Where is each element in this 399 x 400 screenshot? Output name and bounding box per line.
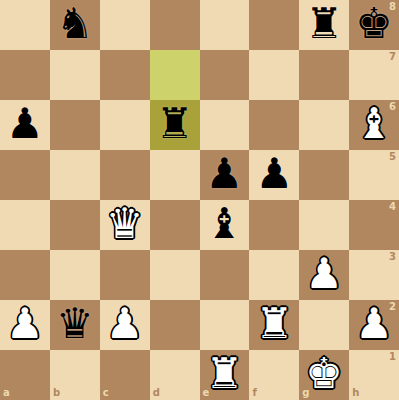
- square-e7[interactable]: [200, 50, 250, 100]
- square-a3[interactable]: [0, 250, 50, 300]
- black-pawn-piece[interactable]: ♟: [255, 153, 293, 195]
- square-d8[interactable]: [150, 0, 200, 50]
- square-b6[interactable]: [50, 100, 100, 150]
- square-d7[interactable]: [150, 50, 200, 100]
- square-g5[interactable]: [299, 150, 349, 200]
- square-f3[interactable]: [249, 250, 299, 300]
- square-a6[interactable]: ♟: [0, 100, 50, 150]
- square-b3[interactable]: [50, 250, 100, 300]
- square-a7[interactable]: [0, 50, 50, 100]
- square-a1[interactable]: a: [0, 350, 50, 400]
- file-label-h: h: [352, 388, 359, 398]
- square-e5[interactable]: ♟: [200, 150, 250, 200]
- square-f5[interactable]: ♟: [249, 150, 299, 200]
- rank-label-5: 5: [389, 152, 396, 162]
- square-c8[interactable]: [100, 0, 150, 50]
- square-f7[interactable]: [249, 50, 299, 100]
- white-queen-piece[interactable]: ♛: [106, 203, 144, 245]
- square-c4[interactable]: ♛: [100, 200, 150, 250]
- file-label-e: e: [203, 388, 210, 398]
- square-g6[interactable]: [299, 100, 349, 150]
- square-a2[interactable]: ♟: [0, 300, 50, 350]
- white-bishop-piece[interactable]: ♝: [355, 103, 393, 145]
- file-label-a: a: [3, 388, 10, 398]
- square-f8[interactable]: [249, 0, 299, 50]
- rank-label-4: 4: [389, 202, 396, 212]
- square-d5[interactable]: [150, 150, 200, 200]
- rank-label-3: 3: [389, 252, 396, 262]
- file-label-d: d: [153, 388, 160, 398]
- rank-label-2: 2: [389, 302, 396, 312]
- square-b7[interactable]: [50, 50, 100, 100]
- square-c3[interactable]: [100, 250, 150, 300]
- square-g3[interactable]: ♟: [299, 250, 349, 300]
- square-a5[interactable]: [0, 150, 50, 200]
- chess-board: ♞♜♚87♟♜♝6♟♟5♛♝4♟3♟♛♟♜♟2abcd♜ef♚gh1: [0, 0, 399, 400]
- black-rook-piece[interactable]: ♜: [305, 3, 343, 45]
- file-label-b: b: [53, 388, 60, 398]
- square-e3[interactable]: [200, 250, 250, 300]
- file-label-c: c: [103, 388, 109, 398]
- square-g4[interactable]: [299, 200, 349, 250]
- square-c7[interactable]: [100, 50, 150, 100]
- square-e4[interactable]: ♝: [200, 200, 250, 250]
- white-pawn-piece[interactable]: ♟: [106, 303, 144, 345]
- rank-label-6: 6: [389, 102, 396, 112]
- square-e6[interactable]: [200, 100, 250, 150]
- square-d2[interactable]: [150, 300, 200, 350]
- square-d6[interactable]: ♜: [150, 100, 200, 150]
- white-king-piece[interactable]: ♚: [305, 353, 343, 395]
- black-bishop-piece[interactable]: ♝: [206, 203, 244, 245]
- file-label-f: f: [252, 388, 256, 398]
- square-e2[interactable]: [200, 300, 250, 350]
- square-c5[interactable]: [100, 150, 150, 200]
- square-h8[interactable]: ♚8: [349, 0, 399, 50]
- square-d1[interactable]: d: [150, 350, 200, 400]
- square-e8[interactable]: [200, 0, 250, 50]
- square-h4[interactable]: 4: [349, 200, 399, 250]
- square-b8[interactable]: ♞: [50, 0, 100, 50]
- square-c6[interactable]: [100, 100, 150, 150]
- square-b2[interactable]: ♛: [50, 300, 100, 350]
- black-knight-piece[interactable]: ♞: [56, 3, 94, 45]
- square-d4[interactable]: [150, 200, 200, 250]
- rank-label-8: 8: [389, 2, 396, 12]
- square-g8[interactable]: ♜: [299, 0, 349, 50]
- white-rook-piece[interactable]: ♜: [206, 353, 244, 395]
- black-king-piece[interactable]: ♚: [355, 3, 393, 45]
- black-pawn-piece[interactable]: ♟: [206, 153, 244, 195]
- square-h7[interactable]: 7: [349, 50, 399, 100]
- white-pawn-piece[interactable]: ♟: [6, 303, 44, 345]
- white-pawn-piece[interactable]: ♟: [355, 303, 393, 345]
- square-c2[interactable]: ♟: [100, 300, 150, 350]
- square-a4[interactable]: [0, 200, 50, 250]
- file-label-g: g: [302, 388, 309, 398]
- square-h5[interactable]: 5: [349, 150, 399, 200]
- square-b4[interactable]: [50, 200, 100, 250]
- square-b1[interactable]: b: [50, 350, 100, 400]
- square-g7[interactable]: [299, 50, 349, 100]
- square-h1[interactable]: h1: [349, 350, 399, 400]
- square-f2[interactable]: ♜: [249, 300, 299, 350]
- square-f6[interactable]: [249, 100, 299, 150]
- square-g2[interactable]: [299, 300, 349, 350]
- square-h6[interactable]: ♝6: [349, 100, 399, 150]
- square-c1[interactable]: c: [100, 350, 150, 400]
- rank-label-7: 7: [389, 52, 396, 62]
- black-queen-piece[interactable]: ♛: [56, 303, 94, 345]
- rank-label-1: 1: [389, 352, 396, 362]
- square-f1[interactable]: f: [249, 350, 299, 400]
- black-rook-piece[interactable]: ♜: [156, 103, 194, 145]
- square-a8[interactable]: [0, 0, 50, 50]
- black-pawn-piece[interactable]: ♟: [6, 103, 44, 145]
- square-b5[interactable]: [50, 150, 100, 200]
- white-pawn-piece[interactable]: ♟: [305, 253, 343, 295]
- white-rook-piece[interactable]: ♜: [255, 303, 293, 345]
- square-e1[interactable]: ♜e: [200, 350, 250, 400]
- square-d3[interactable]: [150, 250, 200, 300]
- square-g1[interactable]: ♚g: [299, 350, 349, 400]
- square-h2[interactable]: ♟2: [349, 300, 399, 350]
- square-f4[interactable]: [249, 200, 299, 250]
- square-h3[interactable]: 3: [349, 250, 399, 300]
